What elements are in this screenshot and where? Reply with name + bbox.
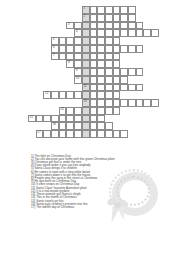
crossword-cell[interactable] — [128, 68, 136, 76]
crossword-cell[interactable] — [59, 53, 67, 61]
crossword-cell[interactable]: 15 — [28, 115, 36, 123]
crossword-cell[interactable] — [105, 122, 113, 130]
crossword-cell[interactable] — [128, 14, 136, 22]
crossword-cell[interactable] — [90, 115, 98, 123]
crossword-cell[interactable] — [51, 91, 59, 99]
crossword-cell[interactable] — [97, 68, 105, 76]
crossword-cell[interactable] — [59, 91, 67, 99]
crossword-cell[interactable] — [143, 29, 151, 37]
clue-number: 15 — [30, 116, 33, 119]
crossword-cell[interactable] — [59, 37, 67, 45]
crossword-cell[interactable] — [43, 130, 51, 138]
crossword-cell[interactable] — [97, 60, 105, 68]
crossword-cell[interactable]: 6 — [51, 45, 59, 53]
clue-number: 7 — [53, 54, 55, 57]
crossword-cell[interactable] — [74, 53, 82, 61]
crossword-cell[interactable] — [120, 45, 128, 53]
crossword-cell[interactable] — [97, 84, 105, 92]
crossword-cell[interactable] — [90, 99, 98, 107]
clue-number: 16 — [53, 123, 56, 126]
crossword-cell[interactable] — [113, 29, 121, 37]
crossword-cell[interactable] — [105, 76, 113, 84]
crossword-cell[interactable] — [105, 14, 113, 22]
crossword-cell[interactable] — [90, 14, 98, 22]
crossword-cell-highlighted[interactable] — [82, 22, 90, 30]
crossword-cell[interactable] — [136, 68, 144, 76]
crossword-cell[interactable] — [113, 6, 121, 14]
crossword-cell-highlighted[interactable] — [82, 130, 90, 138]
crossword-cell-highlighted[interactable]: 1 — [82, 6, 90, 14]
crossword-cell[interactable] — [97, 122, 105, 130]
clue-number: 3 — [68, 23, 70, 26]
crossword-cell[interactable] — [66, 122, 74, 130]
crossword-cell[interactable] — [59, 130, 67, 138]
crossword-cell[interactable] — [113, 53, 121, 61]
crossword-cell[interactable] — [113, 76, 121, 84]
crossword-cell[interactable] — [120, 130, 128, 138]
crossword-cell[interactable] — [59, 45, 67, 53]
crossword-cell[interactable] — [113, 130, 121, 138]
crossword-cell[interactable] — [151, 99, 159, 107]
crossword-cell[interactable] — [90, 45, 98, 53]
crossword-cell[interactable] — [105, 60, 113, 68]
christmas-wreath-icon — [104, 170, 166, 232]
crossword-cell[interactable] — [74, 115, 82, 123]
crossword-cell[interactable] — [120, 84, 128, 92]
crossword-cell[interactable] — [128, 99, 136, 107]
crossword-cell[interactable] — [90, 130, 98, 138]
crossword-cell-highlighted[interactable] — [82, 76, 90, 84]
crossword-cell-highlighted[interactable] — [82, 53, 90, 61]
crossword-cell[interactable]: 10 — [74, 76, 82, 84]
crossword-cell[interactable] — [90, 122, 98, 130]
crossword-cell[interactable] — [66, 115, 74, 123]
crossword-cell[interactable] — [59, 122, 67, 130]
crossword-cell[interactable] — [120, 14, 128, 22]
crossword-cell[interactable] — [113, 60, 121, 68]
crossword-cell[interactable] — [113, 14, 121, 22]
crossword-cell[interactable] — [97, 45, 105, 53]
crossword-cell[interactable] — [105, 91, 113, 99]
crossword-cell[interactable] — [113, 37, 121, 45]
crossword-cell-highlighted[interactable] — [82, 107, 90, 115]
crossword-cell[interactable] — [97, 76, 105, 84]
crossword-cell[interactable] — [51, 130, 59, 138]
clue-number: 14 — [60, 108, 63, 111]
crossword-cell[interactable] — [66, 91, 74, 99]
crossword-cell[interactable] — [128, 29, 136, 37]
crossword-cell[interactable] — [97, 115, 105, 123]
crossword-cell[interactable] — [66, 107, 74, 115]
crossword-cell[interactable] — [113, 45, 121, 53]
crossword-cell[interactable] — [74, 45, 82, 53]
crossword-cell[interactable] — [105, 6, 113, 14]
crossword-cell[interactable] — [113, 22, 121, 30]
crossword-cell[interactable] — [66, 53, 74, 61]
crossword-cell[interactable]: 8 — [66, 60, 74, 68]
crossword-cell-highlighted[interactable] — [82, 122, 90, 130]
crossword-cell[interactable] — [143, 99, 151, 107]
crossword-cell[interactable] — [43, 115, 51, 123]
clue-number: 13 — [83, 100, 86, 103]
crossword-cell[interactable] — [66, 37, 74, 45]
crossword-cell[interactable] — [105, 37, 113, 45]
crossword-cell[interactable] — [120, 29, 128, 37]
crossword-cell[interactable] — [105, 107, 113, 115]
crossword-cell[interactable] — [97, 29, 105, 37]
crossword-cell[interactable]: 7 — [51, 53, 59, 61]
crossword-cell[interactable] — [97, 91, 105, 99]
crossword-cell[interactable] — [120, 22, 128, 30]
crossword-cell[interactable] — [74, 91, 82, 99]
crossword-cell[interactable] — [105, 68, 113, 76]
crossword-cell-highlighted[interactable] — [82, 29, 90, 37]
crossword-cell[interactable] — [90, 91, 98, 99]
crossword-cell[interactable] — [136, 45, 144, 53]
clue-number: 10 — [76, 77, 79, 80]
crossword-cell[interactable] — [128, 84, 136, 92]
crossword-cell-highlighted[interactable] — [82, 60, 90, 68]
crossword-cell-highlighted[interactable] — [82, 91, 90, 99]
crossword-cell-highlighted[interactable]: 2 — [82, 14, 90, 22]
crossword-cell[interactable] — [90, 29, 98, 37]
crossword-cell[interactable]: 14 — [59, 107, 67, 115]
crossword-cell-highlighted[interactable] — [82, 115, 90, 123]
crossword-cell[interactable] — [66, 45, 74, 53]
crossword-cell[interactable] — [59, 115, 67, 123]
clue-number: 1 — [83, 7, 85, 10]
crossword-cell[interactable] — [74, 37, 82, 45]
crossword-cell[interactable] — [105, 130, 113, 138]
crossword-cell[interactable]: 9 — [74, 68, 82, 76]
crossword-cell[interactable] — [74, 107, 82, 115]
crossword-cell[interactable] — [136, 22, 144, 30]
crossword-cell[interactable] — [113, 68, 121, 76]
crossword-cell[interactable] — [90, 53, 98, 61]
crossword-cell[interactable] — [90, 22, 98, 30]
crossword-cell[interactable]: 3 — [66, 22, 74, 30]
clue-number: 9 — [76, 69, 78, 72]
crossword-grid: 1234567891011121314151617 — [28, 6, 159, 138]
clue-number: 17 — [37, 131, 40, 134]
crossword-cell[interactable] — [90, 76, 98, 84]
crossword-cell[interactable] — [97, 107, 105, 115]
clue-number: 11 — [83, 85, 86, 88]
crossword-cell[interactable] — [136, 99, 144, 107]
crossword-cell-highlighted[interactable] — [82, 37, 90, 45]
crossword-cell[interactable] — [105, 84, 113, 92]
crossword-cell[interactable] — [113, 84, 121, 92]
crossword-cell[interactable] — [97, 130, 105, 138]
crossword-cell[interactable] — [105, 22, 113, 30]
crossword-cell[interactable] — [136, 84, 144, 92]
crossword-cell[interactable] — [74, 60, 82, 68]
crossword-cell[interactable] — [90, 60, 98, 68]
crossword-cell[interactable]: 5 — [51, 37, 59, 45]
crossword-cell[interactable]: 17 — [36, 130, 44, 138]
crossword-cell[interactable] — [74, 130, 82, 138]
clue-number: 2 — [83, 15, 85, 18]
crossword-cell[interactable] — [90, 107, 98, 115]
crossword-cell[interactable]: 4 — [74, 29, 82, 37]
clue-number: 4 — [76, 30, 78, 33]
crossword-cell[interactable] — [74, 122, 82, 130]
crossword-cell[interactable] — [151, 29, 159, 37]
clue-number: 12 — [45, 92, 48, 95]
crossword-cell-highlighted[interactable]: 13 — [82, 99, 90, 107]
crossword-cell-highlighted[interactable] — [82, 45, 90, 53]
crossword-cell[interactable]: 16 — [51, 122, 59, 130]
crossword-cell[interactable] — [97, 37, 105, 45]
crossword-cell[interactable] — [51, 115, 59, 123]
crossword-cell[interactable] — [105, 29, 113, 37]
crossword-cell-highlighted[interactable] — [82, 68, 90, 76]
crossword-cell[interactable] — [90, 6, 98, 14]
crossword-cell[interactable] — [113, 107, 121, 115]
crossword-cell[interactable] — [128, 22, 136, 30]
crossword-cell[interactable] — [36, 115, 44, 123]
crossword-cell[interactable] — [97, 53, 105, 61]
clue-number: 8 — [68, 61, 70, 64]
crossword-cell[interactable] — [120, 6, 128, 14]
crossword-cell[interactable] — [97, 99, 105, 107]
crossword-cell[interactable] — [90, 84, 98, 92]
crossword-cell[interactable] — [136, 29, 144, 37]
crossword-cell[interactable] — [105, 53, 113, 61]
crossword-cell[interactable] — [128, 45, 136, 53]
crossword-cell-highlighted[interactable]: 11 — [82, 84, 90, 92]
crossword-cell[interactable] — [113, 91, 121, 99]
crossword-cell[interactable] — [74, 22, 82, 30]
crossword-cell[interactable] — [90, 37, 98, 45]
clue-number: 5 — [53, 38, 55, 41]
crossword-cell[interactable] — [128, 6, 136, 14]
crossword-cell[interactable] — [97, 22, 105, 30]
crossword-cell[interactable] — [105, 99, 113, 107]
crossword-cell[interactable] — [120, 76, 128, 84]
crossword-cell[interactable] — [105, 45, 113, 53]
crossword-cell[interactable] — [90, 68, 98, 76]
crossword-cell[interactable] — [120, 99, 128, 107]
crossword-cell[interactable]: 12 — [43, 91, 51, 99]
clue-number: 6 — [53, 46, 55, 49]
crossword-cell[interactable] — [66, 130, 74, 138]
crossword-cell[interactable] — [120, 68, 128, 76]
crossword-cell[interactable] — [97, 14, 105, 22]
crossword-cell[interactable] — [113, 99, 121, 107]
crossword-cell[interactable] — [97, 6, 105, 14]
worksheet-page: 1234567891011121314151617 1) The light o… — [0, 0, 180, 256]
